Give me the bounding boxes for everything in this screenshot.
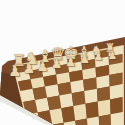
chess-board bbox=[0, 0, 125, 125]
board-square bbox=[70, 80, 84, 94]
board-square bbox=[86, 102, 99, 119]
board-square bbox=[45, 84, 59, 97]
board-square bbox=[47, 96, 61, 111]
board-square bbox=[33, 87, 48, 100]
board-square bbox=[73, 104, 87, 121]
board-square bbox=[111, 112, 123, 125]
board-square bbox=[58, 82, 72, 96]
board-square bbox=[96, 75, 110, 89]
board-square bbox=[84, 89, 98, 104]
board-square bbox=[72, 91, 86, 106]
chess-set-photo: ♜♞♝♟♚♛♟♝♟♞♟♜♟♟♟♟ bbox=[0, 0, 125, 125]
board-square bbox=[110, 97, 123, 114]
board-square bbox=[98, 99, 111, 116]
board-square bbox=[59, 93, 73, 108]
board-square bbox=[97, 87, 110, 102]
board-square bbox=[109, 73, 122, 87]
board-square bbox=[110, 84, 123, 99]
board-square bbox=[61, 106, 75, 123]
board-square bbox=[83, 77, 97, 91]
